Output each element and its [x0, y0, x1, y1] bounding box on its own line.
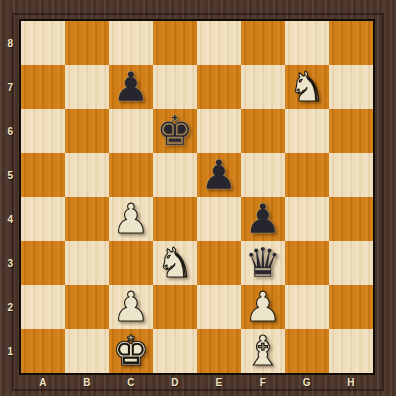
square-c2[interactable]: ♟ — [109, 285, 153, 329]
square-a4[interactable] — [21, 197, 65, 241]
square-h8[interactable] — [329, 21, 373, 65]
square-g3[interactable] — [285, 241, 329, 285]
square-a5[interactable] — [21, 153, 65, 197]
black-pawn[interactable]: ♟ — [245, 197, 282, 241]
square-c4[interactable]: ♟ — [109, 197, 153, 241]
square-f7[interactable] — [241, 65, 285, 109]
square-d8[interactable] — [153, 21, 197, 65]
black-king[interactable]: ♚ — [157, 109, 194, 153]
square-f2[interactable]: ♟ — [241, 285, 285, 329]
square-h7[interactable] — [329, 65, 373, 109]
square-c8[interactable] — [109, 21, 153, 65]
square-b2[interactable] — [65, 285, 109, 329]
square-e1[interactable] — [197, 329, 241, 373]
square-d4[interactable] — [153, 197, 197, 241]
file-label-f: F — [241, 373, 285, 392]
rank-label-7: 7 — [0, 65, 21, 109]
rank-label-8: 8 — [0, 21, 21, 65]
square-a3[interactable] — [21, 241, 65, 285]
square-h6[interactable] — [329, 109, 373, 153]
square-f8[interactable] — [241, 21, 285, 65]
white-king[interactable]: ♚ — [113, 329, 150, 373]
square-c5[interactable] — [109, 153, 153, 197]
square-h3[interactable] — [329, 241, 373, 285]
rank-label-4: 4 — [0, 197, 21, 241]
square-b4[interactable] — [65, 197, 109, 241]
file-label-g: G — [285, 373, 329, 392]
square-a8[interactable] — [21, 21, 65, 65]
square-f3[interactable]: ♛ — [241, 241, 285, 285]
white-pawn[interactable]: ♟ — [245, 285, 282, 329]
board-frame: ♟♞♚♟♟♟♞♛♟♟♚♝ 87654321 ABCDEFGH — [0, 0, 396, 396]
square-a7[interactable] — [21, 65, 65, 109]
square-f4[interactable]: ♟ — [241, 197, 285, 241]
rank-label-1: 1 — [0, 329, 21, 373]
square-b6[interactable] — [65, 109, 109, 153]
square-g5[interactable] — [285, 153, 329, 197]
square-h2[interactable] — [329, 285, 373, 329]
square-g2[interactable] — [285, 285, 329, 329]
chess-board: ♟♞♚♟♟♟♞♛♟♟♚♝ — [21, 21, 373, 373]
square-e3[interactable] — [197, 241, 241, 285]
square-g8[interactable] — [285, 21, 329, 65]
square-a2[interactable] — [21, 285, 65, 329]
white-knight[interactable]: ♞ — [157, 241, 194, 285]
rank-label-5: 5 — [0, 153, 21, 197]
square-d3[interactable]: ♞ — [153, 241, 197, 285]
square-g1[interactable] — [285, 329, 329, 373]
square-c3[interactable] — [109, 241, 153, 285]
square-g4[interactable] — [285, 197, 329, 241]
square-e8[interactable] — [197, 21, 241, 65]
square-b8[interactable] — [65, 21, 109, 65]
black-pawn[interactable]: ♟ — [201, 153, 238, 197]
white-pawn[interactable]: ♟ — [113, 285, 150, 329]
square-d7[interactable] — [153, 65, 197, 109]
file-label-b: B — [65, 373, 109, 392]
square-a1[interactable] — [21, 329, 65, 373]
square-f1[interactable]: ♝ — [241, 329, 285, 373]
square-d2[interactable] — [153, 285, 197, 329]
file-label-e: E — [197, 373, 241, 392]
square-h5[interactable] — [329, 153, 373, 197]
rank-label-6: 6 — [0, 109, 21, 153]
rank-label-3: 3 — [0, 241, 21, 285]
square-d6[interactable]: ♚ — [153, 109, 197, 153]
square-c7[interactable]: ♟ — [109, 65, 153, 109]
white-knight[interactable]: ♞ — [289, 65, 326, 109]
black-queen[interactable]: ♛ — [245, 241, 282, 285]
white-pawn[interactable]: ♟ — [113, 197, 150, 241]
black-pawn[interactable]: ♟ — [113, 65, 150, 109]
square-b5[interactable] — [65, 153, 109, 197]
square-d1[interactable] — [153, 329, 197, 373]
rank-label-2: 2 — [0, 285, 21, 329]
square-g7[interactable]: ♞ — [285, 65, 329, 109]
white-bishop[interactable]: ♝ — [245, 329, 282, 373]
square-a6[interactable] — [21, 109, 65, 153]
square-b1[interactable] — [65, 329, 109, 373]
square-b7[interactable] — [65, 65, 109, 109]
square-e6[interactable] — [197, 109, 241, 153]
square-h4[interactable] — [329, 197, 373, 241]
square-e7[interactable] — [197, 65, 241, 109]
square-f5[interactable] — [241, 153, 285, 197]
square-e4[interactable] — [197, 197, 241, 241]
square-b3[interactable] — [65, 241, 109, 285]
file-label-d: D — [153, 373, 197, 392]
file-label-a: A — [21, 373, 65, 392]
square-e2[interactable] — [197, 285, 241, 329]
file-label-h: H — [329, 373, 373, 392]
square-g6[interactable] — [285, 109, 329, 153]
square-e5[interactable]: ♟ — [197, 153, 241, 197]
square-c1[interactable]: ♚ — [109, 329, 153, 373]
square-c6[interactable] — [109, 109, 153, 153]
file-label-c: C — [109, 373, 153, 392]
square-f6[interactable] — [241, 109, 285, 153]
square-d5[interactable] — [153, 153, 197, 197]
square-h1[interactable] — [329, 329, 373, 373]
